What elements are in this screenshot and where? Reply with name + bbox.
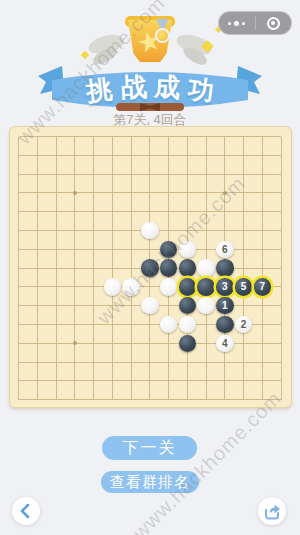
stone-white [104, 278, 122, 296]
share-forward-icon [258, 497, 286, 525]
stone-black [179, 278, 197, 296]
stone-white [141, 297, 159, 315]
stone-black [160, 259, 178, 277]
miniprogram-capsule [218, 11, 292, 35]
stone-black [216, 316, 234, 334]
star-point [73, 191, 77, 195]
view-group-ranking-button[interactable]: 查看群排名 [101, 471, 199, 493]
stone-white-move-6: 6 [216, 241, 234, 259]
home-circle-icon [267, 17, 280, 30]
board-panel: 6357124 [9, 126, 292, 408]
more-dots-icon [228, 21, 245, 26]
stone-black [216, 259, 234, 277]
share-button[interactable] [258, 497, 286, 525]
stone-black-move-5: 5 [235, 278, 253, 296]
chevron-left-icon [12, 497, 40, 525]
stone-white [122, 278, 140, 296]
stone-white [197, 259, 215, 277]
stone-white-move-4: 4 [216, 335, 234, 353]
star-point [223, 191, 227, 195]
stone-black [179, 335, 197, 353]
stone-black-move-3: 3 [216, 278, 234, 296]
banner-title-char: 战 [117, 69, 150, 105]
stone-black [179, 259, 197, 277]
stone-white [141, 222, 159, 240]
back-button[interactable] [12, 497, 40, 525]
stone-black-move-1: 1 [216, 297, 234, 315]
stone-black-move-7: 7 [254, 278, 272, 296]
stone-white [179, 316, 197, 334]
next-level-button[interactable]: 下一关 [102, 436, 197, 460]
banner-title-char: 成 [150, 69, 183, 105]
banner-title-char: 功 [183, 71, 219, 110]
stone-black [197, 278, 215, 296]
more-button[interactable] [219, 12, 255, 34]
stone-white [179, 241, 197, 259]
medal-icon [155, 28, 170, 43]
stone-white [160, 278, 178, 296]
stone-black [141, 259, 159, 277]
close-home-button[interactable] [256, 12, 292, 34]
banner-title-char: 挑 [81, 71, 117, 110]
stone-white [197, 297, 215, 315]
